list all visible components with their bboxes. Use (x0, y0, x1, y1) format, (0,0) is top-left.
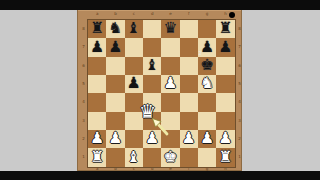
rank-label-2: 2 (236, 130, 243, 148)
square-g1[interactable] (198, 148, 216, 166)
square-c1[interactable]: ♝ (125, 148, 143, 166)
white-p-f2[interactable]: ♟ (182, 131, 196, 147)
square-g4[interactable] (198, 93, 216, 111)
square-b8[interactable]: ♞ (106, 20, 124, 38)
square-a2[interactable]: ♟ (88, 130, 106, 148)
square-b1[interactable] (106, 148, 124, 166)
square-h4[interactable] (216, 93, 234, 111)
white-p-b2[interactable]: ♟ (109, 131, 123, 147)
black-k-g6[interactable]: ♚ (200, 58, 214, 74)
mouse-cursor-icon (150, 116, 170, 136)
black-q-e8[interactable]: ♛ (164, 21, 178, 37)
white-k-e1[interactable]: ♚ (164, 150, 178, 166)
white-r-a1[interactable]: ♜ (90, 150, 104, 166)
square-g8[interactable] (198, 20, 216, 38)
file-labels-bottom: abcdefgh (88, 167, 235, 171)
chess-board: ♜♞♝♛♜♟♟♟♟♝♚♟♟♞♟♟♟♟♟♟♜♝♚♜ (88, 20, 235, 167)
square-g5[interactable]: ♞ (198, 75, 216, 93)
file-label-a: a (88, 12, 106, 16)
square-e1[interactable]: ♚ (161, 148, 179, 166)
rank-labels-right: 87654321 (236, 20, 243, 167)
rank-label-8: 8 (236, 20, 243, 38)
square-f7[interactable] (180, 38, 198, 56)
file-label-h: h (216, 167, 234, 171)
black-b-c8[interactable]: ♝ (127, 21, 141, 37)
rank-label-4: 4 (236, 93, 243, 111)
square-f2[interactable]: ♟ (180, 130, 198, 148)
white-p-g2[interactable]: ♟ (200, 131, 214, 147)
black-n-b8[interactable]: ♞ (109, 21, 123, 37)
side-to-move-indicator (229, 12, 235, 18)
rank-label-7: 7 (80, 38, 87, 56)
file-label-e: e (161, 167, 179, 171)
black-r-a8[interactable]: ♜ (90, 21, 104, 37)
file-label-b: b (106, 12, 124, 16)
square-g2[interactable]: ♟ (198, 130, 216, 148)
square-e8[interactable]: ♛ (161, 20, 179, 38)
board-frame: abcdefgh abcdefgh 87654321 87654321 ♜♞♝♛… (77, 10, 242, 171)
rank-label-3: 3 (80, 112, 87, 130)
white-p-a2[interactable]: ♟ (90, 131, 104, 147)
file-label-f: f (180, 167, 198, 171)
square-c6[interactable] (125, 57, 143, 75)
white-r-h1[interactable]: ♜ (219, 150, 233, 166)
rank-label-6: 6 (236, 57, 243, 75)
letterbox-bottom-bar (0, 171, 320, 180)
square-e7[interactable] (161, 38, 179, 56)
square-c7[interactable] (125, 38, 143, 56)
square-h2[interactable]: ♟ (216, 130, 234, 148)
rank-label-2: 2 (80, 130, 87, 148)
white-b-c1[interactable]: ♝ (127, 150, 141, 166)
file-label-g: g (198, 12, 216, 16)
square-b7[interactable]: ♟ (106, 38, 124, 56)
square-d8[interactable] (143, 20, 161, 38)
file-label-f: f (180, 12, 198, 16)
file-label-g: g (198, 167, 216, 171)
rank-label-6: 6 (80, 57, 87, 75)
file-label-b: b (106, 167, 124, 171)
square-g3[interactable] (198, 112, 216, 130)
rank-label-5: 5 (80, 75, 87, 93)
square-f3[interactable] (180, 112, 198, 130)
square-a5[interactable] (88, 75, 106, 93)
file-label-c: c (125, 12, 143, 16)
black-p-b7[interactable]: ♟ (109, 40, 123, 56)
chess-app-window: abcdefgh abcdefgh 87654321 87654321 ♜♞♝♛… (0, 0, 320, 180)
file-label-e: e (161, 12, 179, 16)
file-label-d: d (143, 167, 161, 171)
square-d5[interactable] (143, 75, 161, 93)
rank-label-4: 4 (80, 93, 87, 111)
black-p-c5[interactable]: ♟ (127, 76, 141, 92)
square-c5[interactable]: ♟ (125, 75, 143, 93)
file-label-c: c (125, 167, 143, 171)
square-a6[interactable] (88, 57, 106, 75)
square-a8[interactable]: ♜ (88, 20, 106, 38)
square-f4[interactable] (180, 93, 198, 111)
square-b2[interactable]: ♟ (106, 130, 124, 148)
square-c2[interactable] (125, 130, 143, 148)
square-h5[interactable] (216, 75, 234, 93)
square-h8[interactable]: ♜ (216, 20, 234, 38)
square-f8[interactable] (180, 20, 198, 38)
square-h6[interactable] (216, 57, 234, 75)
rank-labels-left: 87654321 (80, 20, 87, 167)
square-h3[interactable] (216, 112, 234, 130)
square-b5[interactable] (106, 75, 124, 93)
square-h7[interactable]: ♟ (216, 38, 234, 56)
letterbox-top-bar (0, 0, 320, 10)
rank-label-3: 3 (236, 112, 243, 130)
rank-label-1: 1 (236, 148, 243, 166)
square-g6[interactable]: ♚ (198, 57, 216, 75)
file-labels-top: abcdefgh (88, 12, 235, 16)
white-p-h2[interactable]: ♟ (219, 131, 233, 147)
black-p-h7[interactable]: ♟ (219, 40, 233, 56)
square-d6[interactable]: ♝ (143, 57, 161, 75)
black-p-a7[interactable]: ♟ (90, 40, 104, 56)
white-n-g5[interactable]: ♞ (200, 76, 214, 92)
square-e4[interactable] (161, 93, 179, 111)
rank-label-5: 5 (236, 75, 243, 93)
square-b4[interactable] (106, 93, 124, 111)
square-c8[interactable]: ♝ (125, 20, 143, 38)
square-d1[interactable] (143, 148, 161, 166)
file-label-d: d (143, 12, 161, 16)
square-a3[interactable] (88, 112, 106, 130)
rank-label-8: 8 (80, 20, 87, 38)
black-b-d6[interactable]: ♝ (145, 58, 159, 74)
square-b6[interactable] (106, 57, 124, 75)
square-a4[interactable] (88, 93, 106, 111)
square-a1[interactable]: ♜ (88, 148, 106, 166)
square-h1[interactable]: ♜ (216, 148, 234, 166)
king-annotation-label: 2 (197, 50, 203, 56)
square-f5[interactable] (180, 75, 198, 93)
square-e5[interactable]: ♟ (161, 75, 179, 93)
white-p-e5[interactable]: ♟ (164, 76, 178, 92)
rank-label-1: 1 (80, 148, 87, 166)
rank-label-7: 7 (236, 38, 243, 56)
square-d7[interactable] (143, 38, 161, 56)
square-e6[interactable] (161, 57, 179, 75)
square-f6[interactable] (180, 57, 198, 75)
black-r-h8[interactable]: ♜ (219, 21, 233, 37)
square-b3[interactable] (106, 112, 124, 130)
square-a7[interactable]: ♟ (88, 38, 106, 56)
square-f1[interactable] (180, 148, 198, 166)
file-label-a: a (88, 167, 106, 171)
